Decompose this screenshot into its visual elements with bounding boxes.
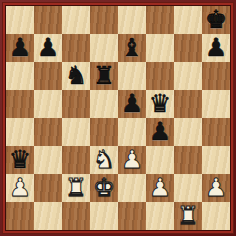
piece-white-rook[interactable]: ♜ [65,175,87,200]
piece-black-pawn[interactable]: ♟ [121,91,143,116]
square-d4[interactable] [90,118,118,146]
square-g3[interactable] [174,146,202,174]
piece-white-pawn[interactable]: ♟ [205,175,227,200]
square-h6[interactable] [202,62,230,90]
piece-white-pawn[interactable]: ♟ [121,147,143,172]
square-h1[interactable] [202,202,230,230]
square-b4[interactable] [34,118,62,146]
square-b1[interactable] [34,202,62,230]
square-e1[interactable] [118,202,146,230]
square-a4[interactable] [6,118,34,146]
square-h2[interactable]: ♟ [202,174,230,202]
square-a5[interactable] [6,90,34,118]
square-g6[interactable] [174,62,202,90]
square-f6[interactable] [146,62,174,90]
square-d1[interactable] [90,202,118,230]
square-g7[interactable] [174,34,202,62]
square-f1[interactable] [146,202,174,230]
square-c1[interactable] [62,202,90,230]
piece-black-king[interactable]: ♚ [205,7,227,32]
piece-black-pawn[interactable]: ♟ [205,35,227,60]
square-f2[interactable]: ♟ [146,174,174,202]
square-g8[interactable] [174,6,202,34]
square-c2[interactable]: ♜ [62,174,90,202]
square-h8[interactable]: ♚ [202,6,230,34]
square-f8[interactable] [146,6,174,34]
square-a8[interactable] [6,6,34,34]
square-a1[interactable] [6,202,34,230]
square-b7[interactable]: ♟ [34,34,62,62]
square-e2[interactable] [118,174,146,202]
square-f4[interactable]: ♟ [146,118,174,146]
square-d6[interactable]: ♜ [90,62,118,90]
square-c3[interactable] [62,146,90,174]
square-a2[interactable]: ♟ [6,174,34,202]
square-c6[interactable]: ♞ [62,62,90,90]
square-g5[interactable] [174,90,202,118]
square-f3[interactable] [146,146,174,174]
piece-white-pawn[interactable]: ♟ [9,175,31,200]
square-d8[interactable] [90,6,118,34]
square-g2[interactable] [174,174,202,202]
square-b5[interactable] [34,90,62,118]
chess-board-frame: ♚♟♟♝♟♞♜♟♛♟♛♞♟♟♜♚♟♟♜ [0,0,236,236]
square-a7[interactable]: ♟ [6,34,34,62]
piece-white-king[interactable]: ♚ [93,175,115,200]
piece-white-rook[interactable]: ♜ [177,203,199,228]
square-h7[interactable]: ♟ [202,34,230,62]
square-d2[interactable]: ♚ [90,174,118,202]
square-e3[interactable]: ♟ [118,146,146,174]
square-c7[interactable] [62,34,90,62]
square-c4[interactable] [62,118,90,146]
square-c5[interactable] [62,90,90,118]
square-b2[interactable] [34,174,62,202]
piece-black-queen[interactable]: ♛ [149,91,171,116]
square-e5[interactable]: ♟ [118,90,146,118]
piece-white-pawn[interactable]: ♟ [149,175,171,200]
chess-board: ♚♟♟♝♟♞♜♟♛♟♛♞♟♟♜♚♟♟♜ [6,6,230,230]
piece-black-pawn[interactable]: ♟ [37,35,59,60]
piece-black-queen[interactable]: ♛ [9,147,31,172]
square-g1[interactable]: ♜ [174,202,202,230]
piece-black-pawn[interactable]: ♟ [149,119,171,144]
square-e7[interactable]: ♝ [118,34,146,62]
square-e6[interactable] [118,62,146,90]
piece-black-knight[interactable]: ♞ [65,63,87,88]
square-a6[interactable] [6,62,34,90]
square-b8[interactable] [34,6,62,34]
square-c8[interactable] [62,6,90,34]
square-f7[interactable] [146,34,174,62]
square-h3[interactable] [202,146,230,174]
square-g4[interactable] [174,118,202,146]
piece-white-knight[interactable]: ♞ [93,147,115,172]
square-d7[interactable] [90,34,118,62]
piece-black-pawn[interactable]: ♟ [9,35,31,60]
square-d5[interactable] [90,90,118,118]
piece-black-bishop[interactable]: ♝ [121,35,143,60]
square-e4[interactable] [118,118,146,146]
square-e8[interactable] [118,6,146,34]
square-a3[interactable]: ♛ [6,146,34,174]
piece-black-rook[interactable]: ♜ [93,63,115,88]
square-b6[interactable] [34,62,62,90]
square-d3[interactable]: ♞ [90,146,118,174]
square-h5[interactable] [202,90,230,118]
square-h4[interactable] [202,118,230,146]
square-f5[interactable]: ♛ [146,90,174,118]
square-b3[interactable] [34,146,62,174]
